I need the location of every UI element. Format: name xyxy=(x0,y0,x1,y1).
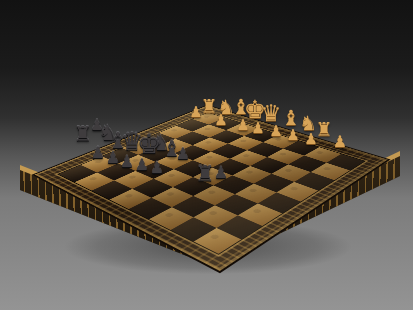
photo-stage: ♟♜♞♟♝♚♟♛♟♝♟♞♟♜♟♟♜♟♞♝♟♛♚♟♞♟♝♟♟♟♜♟ xyxy=(0,0,413,310)
